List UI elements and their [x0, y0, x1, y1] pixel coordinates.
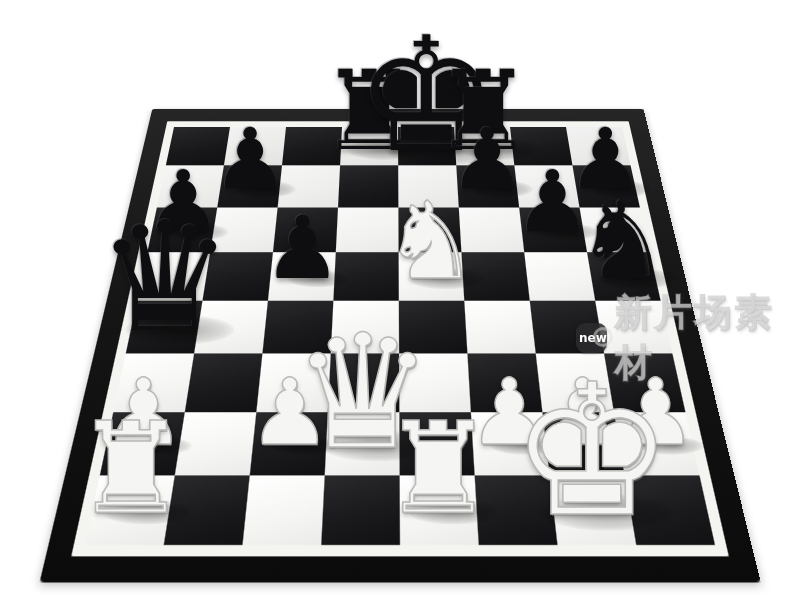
- piece-black-queen-a4[interactable]: ♛: [97, 202, 233, 354]
- piece-white-king-g1[interactable]: ♚: [510, 360, 673, 542]
- piece-black-knight-h5[interactable]: ♞: [575, 188, 671, 295]
- piece-white-rook-a1[interactable]: ♜: [75, 406, 188, 532]
- piece-white-rook-e1[interactable]: ♜: [382, 406, 495, 532]
- chess-scene: ♜♚♜♟♟♟♟♟♟♞♞♛♟♟♛♟♟♟♜♜♚ new 新片场素材: [0, 0, 800, 615]
- piece-black-pawn-c5[interactable]: ♟: [264, 205, 342, 292]
- piece-white-knight-e5[interactable]: ♞: [383, 188, 479, 295]
- square-c1[interactable]: [242, 475, 324, 545]
